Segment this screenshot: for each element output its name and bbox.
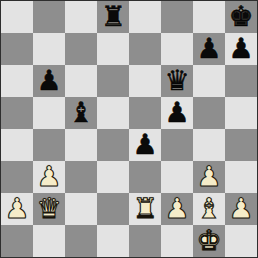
square-g6[interactable] [193, 65, 225, 97]
black-rook-piece[interactable]: ♜ [100, 1, 125, 33]
square-c2[interactable] [65, 193, 97, 225]
white-rook-piece[interactable]: ♜ [132, 193, 157, 225]
white-bishop-piece[interactable]: ♝ [196, 193, 221, 225]
square-c4[interactable] [65, 129, 97, 161]
square-a4[interactable] [1, 129, 33, 161]
square-g3[interactable]: ♟ [193, 161, 225, 193]
square-h1[interactable] [225, 225, 257, 257]
square-b6[interactable]: ♟ [33, 65, 65, 97]
square-c5[interactable]: ♝ [65, 97, 97, 129]
square-c3[interactable] [65, 161, 97, 193]
square-b2[interactable]: ♛ [33, 193, 65, 225]
square-h3[interactable] [225, 161, 257, 193]
square-e2[interactable]: ♜ [129, 193, 161, 225]
square-e8[interactable] [129, 1, 161, 33]
white-pawn-piece[interactable]: ♟ [164, 193, 189, 225]
white-queen-piece[interactable]: ♛ [36, 193, 61, 225]
square-b1[interactable] [33, 225, 65, 257]
square-g2[interactable]: ♝ [193, 193, 225, 225]
chess-board: ♜♚♟♟♟♛♝♟♟♟♟♟♛♜♟♝♟♚ [0, 0, 258, 258]
square-c1[interactable] [65, 225, 97, 257]
square-c6[interactable] [65, 65, 97, 97]
square-f3[interactable] [161, 161, 193, 193]
black-pawn-piece[interactable]: ♟ [36, 65, 61, 97]
square-e1[interactable] [129, 225, 161, 257]
square-d3[interactable] [97, 161, 129, 193]
black-pawn-piece[interactable]: ♟ [228, 33, 253, 65]
black-pawn-piece[interactable]: ♟ [164, 97, 189, 129]
square-h4[interactable] [225, 129, 257, 161]
white-pawn-piece[interactable]: ♟ [228, 193, 253, 225]
square-b8[interactable] [33, 1, 65, 33]
square-e5[interactable] [129, 97, 161, 129]
square-h5[interactable] [225, 97, 257, 129]
square-g8[interactable] [193, 1, 225, 33]
black-pawn-piece[interactable]: ♟ [196, 33, 221, 65]
square-f6[interactable]: ♛ [161, 65, 193, 97]
white-pawn-piece[interactable]: ♟ [4, 193, 29, 225]
square-f7[interactable] [161, 33, 193, 65]
square-h8[interactable]: ♚ [225, 1, 257, 33]
square-a1[interactable] [1, 225, 33, 257]
black-pawn-piece[interactable]: ♟ [132, 129, 157, 161]
square-g5[interactable] [193, 97, 225, 129]
square-g4[interactable] [193, 129, 225, 161]
square-d8[interactable]: ♜ [97, 1, 129, 33]
square-d4[interactable] [97, 129, 129, 161]
square-h6[interactable] [225, 65, 257, 97]
square-a8[interactable] [1, 1, 33, 33]
square-c8[interactable] [65, 1, 97, 33]
black-bishop-piece[interactable]: ♝ [68, 97, 93, 129]
square-b7[interactable] [33, 33, 65, 65]
square-f8[interactable] [161, 1, 193, 33]
square-e4[interactable]: ♟ [129, 129, 161, 161]
square-a6[interactable] [1, 65, 33, 97]
square-e7[interactable] [129, 33, 161, 65]
square-f2[interactable]: ♟ [161, 193, 193, 225]
square-a7[interactable] [1, 33, 33, 65]
square-a3[interactable] [1, 161, 33, 193]
square-h7[interactable]: ♟ [225, 33, 257, 65]
square-f5[interactable]: ♟ [161, 97, 193, 129]
square-h2[interactable]: ♟ [225, 193, 257, 225]
black-king-piece[interactable]: ♚ [228, 1, 253, 33]
square-b5[interactable] [33, 97, 65, 129]
white-pawn-piece[interactable]: ♟ [196, 161, 221, 193]
white-pawn-piece[interactable]: ♟ [36, 161, 61, 193]
black-queen-piece[interactable]: ♛ [164, 65, 189, 97]
square-d7[interactable] [97, 33, 129, 65]
square-d1[interactable] [97, 225, 129, 257]
square-g1[interactable]: ♚ [193, 225, 225, 257]
square-f1[interactable] [161, 225, 193, 257]
square-b3[interactable]: ♟ [33, 161, 65, 193]
square-a5[interactable] [1, 97, 33, 129]
square-f4[interactable] [161, 129, 193, 161]
square-b4[interactable] [33, 129, 65, 161]
square-c7[interactable] [65, 33, 97, 65]
square-d6[interactable] [97, 65, 129, 97]
white-king-piece[interactable]: ♚ [196, 225, 221, 257]
square-g7[interactable]: ♟ [193, 33, 225, 65]
square-a2[interactable]: ♟ [1, 193, 33, 225]
square-e6[interactable] [129, 65, 161, 97]
square-e3[interactable] [129, 161, 161, 193]
square-d2[interactable] [97, 193, 129, 225]
square-d5[interactable] [97, 97, 129, 129]
